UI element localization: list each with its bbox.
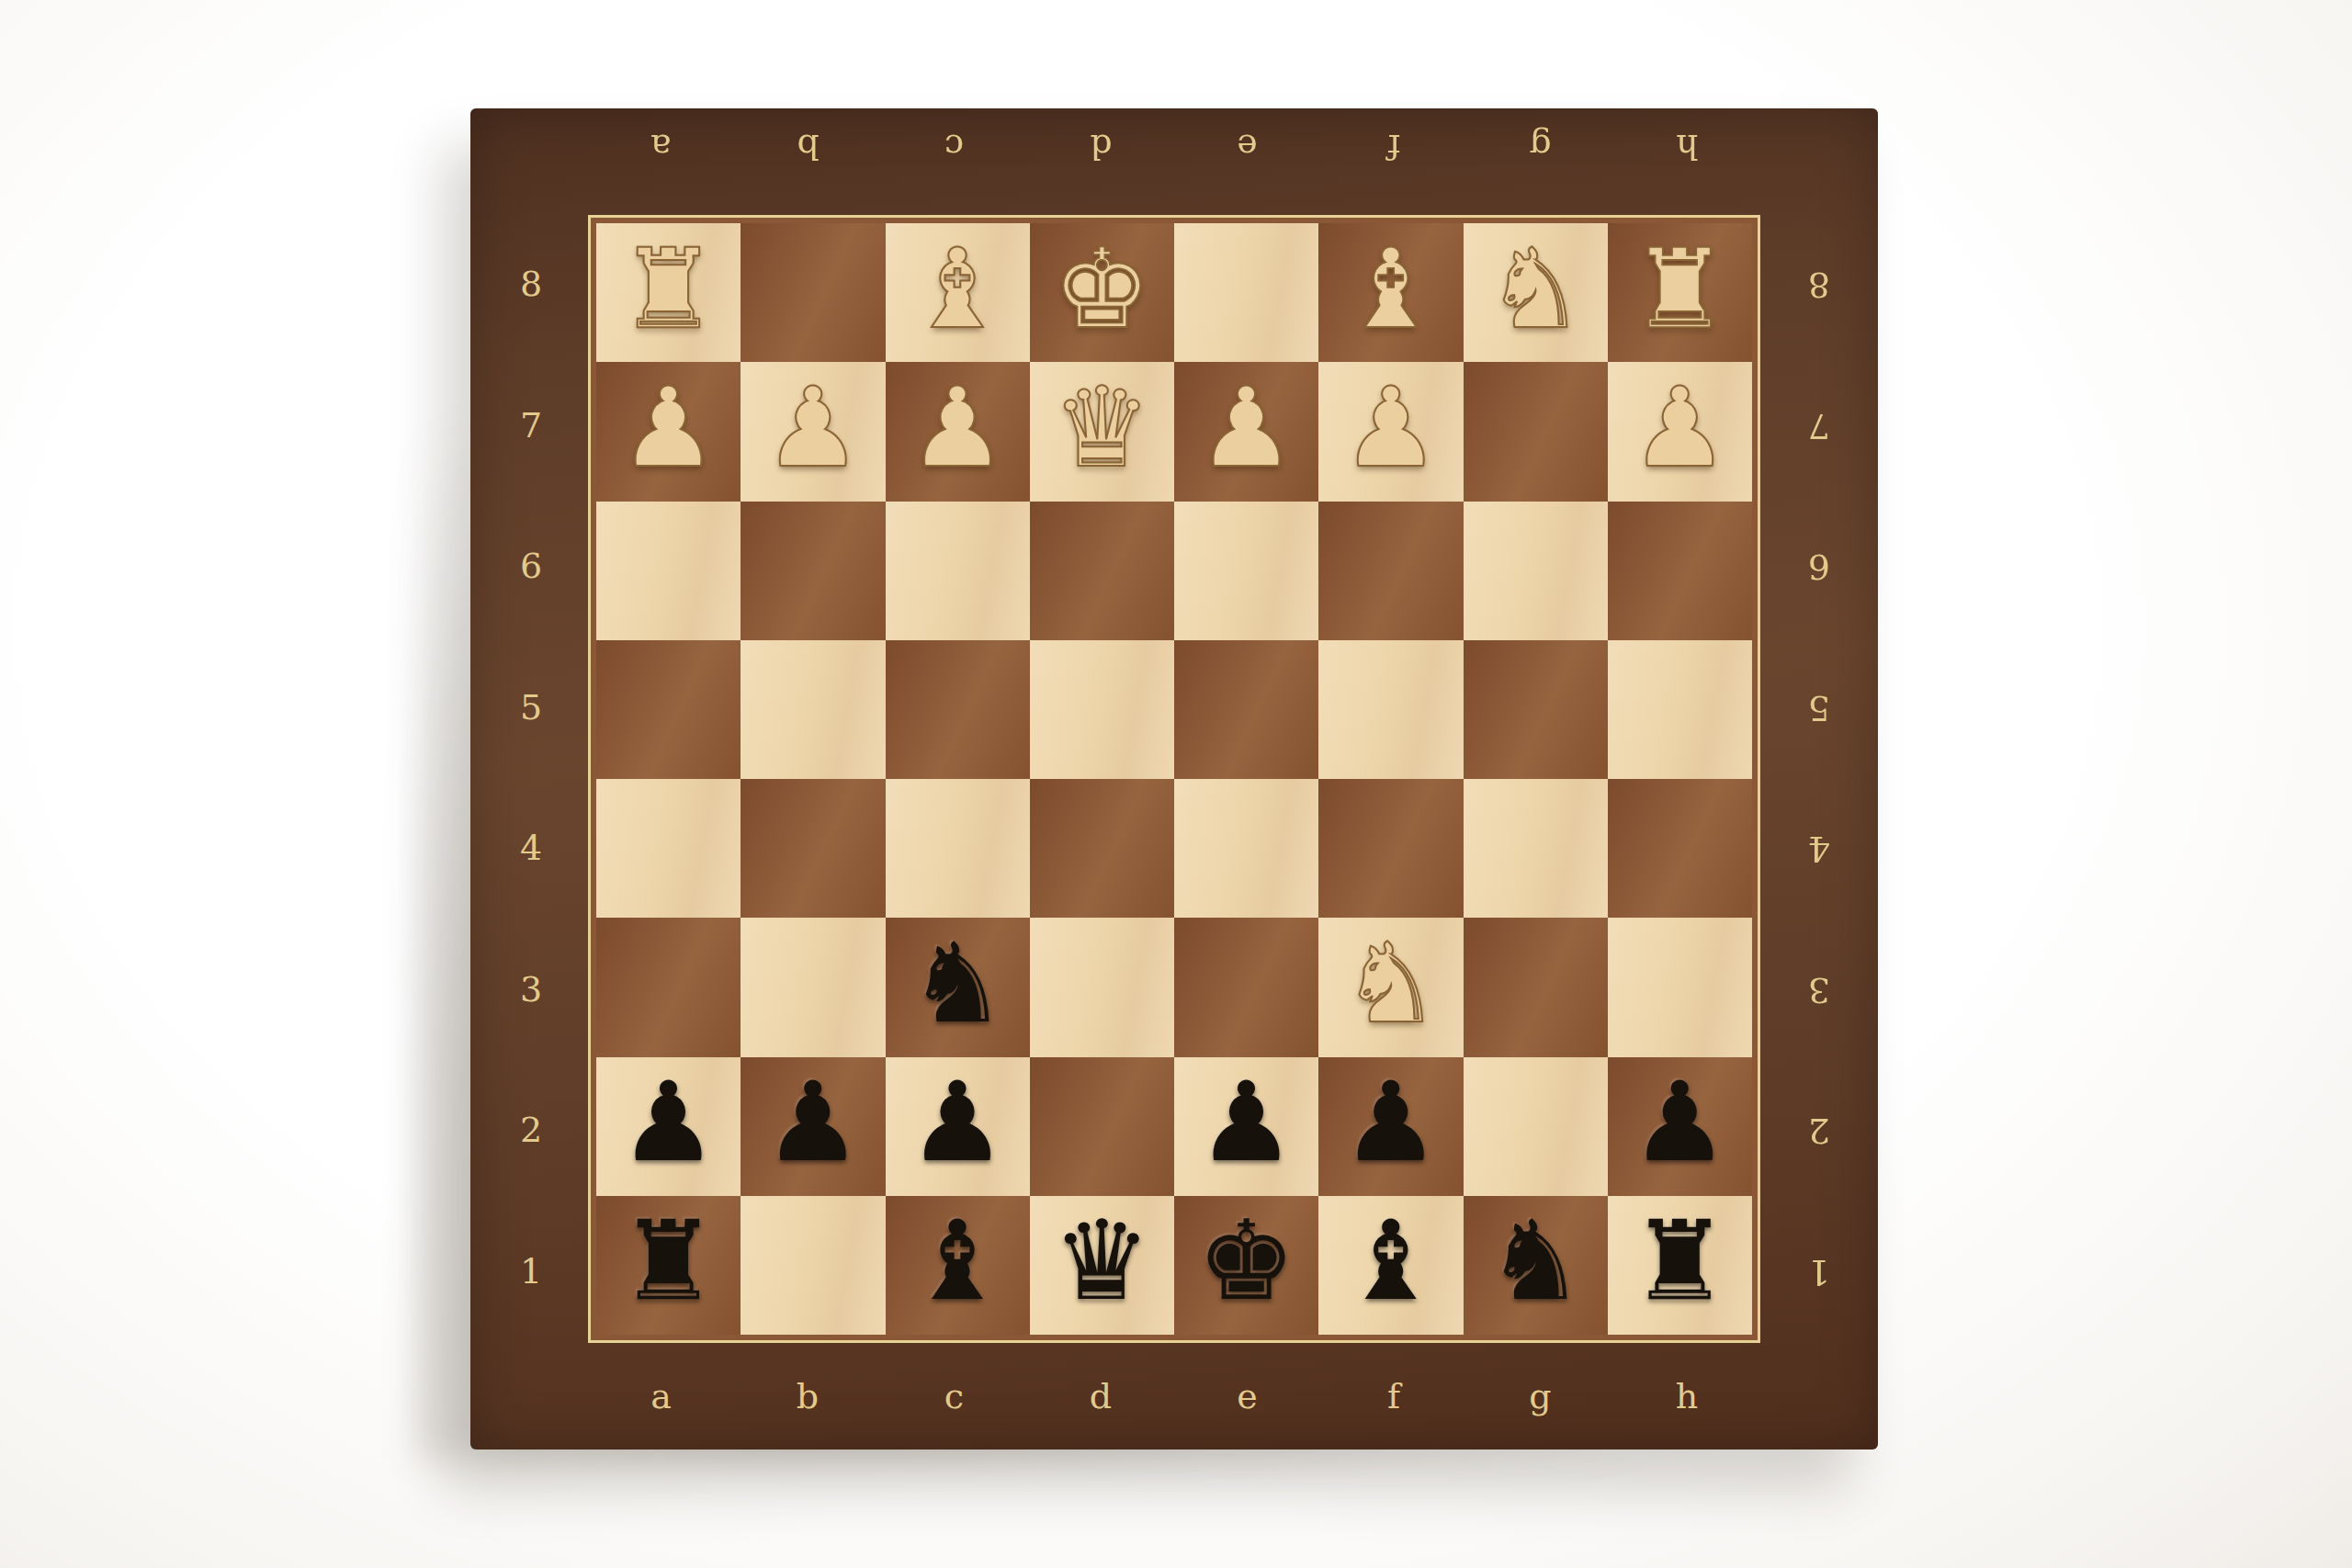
square-e7[interactable]: ♟ <box>1174 362 1318 501</box>
piece-white-pawn-b7[interactable]: ♟ <box>763 373 863 483</box>
piece-white-pawn-f7[interactable]: ♟ <box>1341 373 1441 483</box>
square-b1[interactable] <box>741 1196 885 1335</box>
rank-label-right-1: 1 <box>1792 1202 1847 1341</box>
piece-black-knight-g1[interactable]: ♞ <box>1486 1206 1585 1316</box>
square-c8[interactable]: ♝ <box>886 223 1030 362</box>
square-a8[interactable]: ♜ <box>596 223 741 362</box>
rank-label-left-1: 1 <box>503 1202 559 1341</box>
square-d8[interactable]: ♚ <box>1030 223 1174 362</box>
piece-white-pawn-c7[interactable]: ♟ <box>908 373 1007 483</box>
file-label-top-e: e <box>1174 127 1320 167</box>
square-a7[interactable]: ♟ <box>596 362 741 501</box>
square-c7[interactable]: ♟ <box>886 362 1030 501</box>
file-label-bottom-c: c <box>881 1376 1027 1416</box>
rank-label-right-7: 7 <box>1792 356 1847 495</box>
piece-black-knight-c3[interactable]: ♞ <box>908 929 1007 1039</box>
chess-board: abcdefgh abcdefgh 87654321 87654321 ♜♝♚♝… <box>470 108 1878 1450</box>
piece-black-pawn-e2[interactable]: ♟ <box>1197 1067 1296 1178</box>
square-g1[interactable]: ♞ <box>1464 1196 1608 1335</box>
square-h6[interactable] <box>1608 502 1752 640</box>
rank-label-left-8: 8 <box>503 215 559 354</box>
square-f7[interactable]: ♟ <box>1318 362 1463 501</box>
rank-label-left-2: 2 <box>503 1061 559 1200</box>
piece-black-pawn-h2[interactable]: ♟ <box>1631 1067 1730 1178</box>
square-e5[interactable] <box>1174 640 1318 779</box>
square-f4[interactable] <box>1318 779 1463 918</box>
square-d7[interactable]: ♛ <box>1030 362 1174 501</box>
square-h2[interactable]: ♟ <box>1608 1057 1752 1196</box>
studio-background: abcdefgh abcdefgh 87654321 87654321 ♜♝♚♝… <box>0 0 2352 1568</box>
piece-white-bishop-c8[interactable]: ♝ <box>908 234 1007 344</box>
file-label-bottom-h: h <box>1614 1376 1760 1416</box>
square-f3[interactable]: ♞ <box>1318 918 1463 1056</box>
piece-black-pawn-a2[interactable]: ♟ <box>619 1067 718 1178</box>
piece-white-queen-d7[interactable]: ♛ <box>1053 373 1152 483</box>
square-e6[interactable] <box>1174 502 1318 640</box>
square-g6[interactable] <box>1464 502 1608 640</box>
square-c3[interactable]: ♞ <box>886 918 1030 1056</box>
square-d1[interactable]: ♛ <box>1030 1196 1174 1335</box>
square-e8[interactable] <box>1174 223 1318 362</box>
square-g7[interactable] <box>1464 362 1608 501</box>
piece-black-rook-h1[interactable]: ♜ <box>1631 1206 1730 1316</box>
square-c4[interactable] <box>886 779 1030 918</box>
square-e3[interactable] <box>1174 918 1318 1056</box>
square-f1[interactable]: ♝ <box>1318 1196 1463 1335</box>
square-h3[interactable] <box>1608 918 1752 1056</box>
file-label-bottom-b: b <box>735 1376 881 1416</box>
piece-white-rook-h8[interactable]: ♜ <box>1631 234 1730 344</box>
square-h1[interactable]: ♜ <box>1608 1196 1752 1335</box>
square-c6[interactable] <box>886 502 1030 640</box>
piece-white-knight-g8[interactable]: ♞ <box>1486 234 1585 344</box>
file-label-top-c: c <box>881 127 1027 167</box>
rank-label-left-3: 3 <box>503 920 559 1059</box>
square-b3[interactable] <box>741 918 885 1056</box>
square-a1[interactable]: ♜ <box>596 1196 741 1335</box>
rank-label-right-6: 6 <box>1792 497 1847 636</box>
piece-black-pawn-c2[interactable]: ♟ <box>908 1067 1007 1178</box>
piece-white-king-d8[interactable]: ♚ <box>1053 234 1152 344</box>
piece-white-pawn-a7[interactable]: ♟ <box>619 373 718 483</box>
file-label-top-d: d <box>1028 127 1174 167</box>
rank-label-right-5: 5 <box>1792 638 1847 777</box>
square-g4[interactable] <box>1464 779 1608 918</box>
rank-label-left-7: 7 <box>503 356 559 495</box>
playfield-inlay-border: ♜♝♚♝♞♜♟♟♟♛♟♟♟♞♞♟♟♟♟♟♟♜♝♛♚♝♞♜ <box>588 215 1760 1343</box>
square-f6[interactable] <box>1318 502 1463 640</box>
square-a5[interactable] <box>596 640 741 779</box>
piece-black-pawn-f2[interactable]: ♟ <box>1341 1067 1441 1178</box>
square-f2[interactable]: ♟ <box>1318 1057 1463 1196</box>
file-label-top-b: b <box>735 127 881 167</box>
square-a3[interactable] <box>596 918 741 1056</box>
file-label-top-h: h <box>1614 127 1760 167</box>
piece-black-pawn-b2[interactable]: ♟ <box>763 1067 863 1178</box>
file-label-top-f: f <box>1321 127 1467 167</box>
square-c1[interactable]: ♝ <box>886 1196 1030 1335</box>
square-g2[interactable] <box>1464 1057 1608 1196</box>
file-label-top-a: a <box>588 127 734 167</box>
square-f5[interactable] <box>1318 640 1463 779</box>
file-label-bottom-f: f <box>1321 1376 1467 1416</box>
square-g5[interactable] <box>1464 640 1608 779</box>
square-e1[interactable]: ♚ <box>1174 1196 1318 1335</box>
square-e2[interactable]: ♟ <box>1174 1057 1318 1196</box>
square-b7[interactable]: ♟ <box>741 362 885 501</box>
square-c2[interactable]: ♟ <box>886 1057 1030 1196</box>
file-label-bottom-e: e <box>1174 1376 1320 1416</box>
square-b6[interactable] <box>741 502 885 640</box>
square-g3[interactable] <box>1464 918 1608 1056</box>
square-f8[interactable]: ♝ <box>1318 223 1463 362</box>
square-b5[interactable] <box>741 640 885 779</box>
square-h5[interactable] <box>1608 640 1752 779</box>
square-d4[interactable] <box>1030 779 1174 918</box>
piece-black-rook-a1[interactable]: ♜ <box>619 1206 718 1316</box>
rank-label-right-2: 2 <box>1792 1061 1847 1200</box>
square-b8[interactable] <box>741 223 885 362</box>
square-a4[interactable] <box>596 779 741 918</box>
square-b2[interactable]: ♟ <box>741 1057 885 1196</box>
square-d5[interactable] <box>1030 640 1174 779</box>
piece-white-pawn-e7[interactable]: ♟ <box>1197 373 1296 483</box>
square-c5[interactable] <box>886 640 1030 779</box>
rank-label-left-4: 4 <box>503 779 559 918</box>
piece-white-rook-a8[interactable]: ♜ <box>619 234 718 344</box>
piece-white-bishop-f8[interactable]: ♝ <box>1341 234 1441 344</box>
file-label-bottom-g: g <box>1467 1376 1613 1416</box>
piece-black-king-e1[interactable]: ♚ <box>1197 1206 1296 1316</box>
piece-white-pawn-h7[interactable]: ♟ <box>1631 373 1730 483</box>
rank-label-left-6: 6 <box>503 497 559 636</box>
rank-label-right-8: 8 <box>1792 215 1847 354</box>
file-label-bottom-a: a <box>588 1376 734 1416</box>
square-e4[interactable] <box>1174 779 1318 918</box>
piece-black-bishop-f1[interactable]: ♝ <box>1341 1206 1441 1316</box>
piece-black-bishop-c1[interactable]: ♝ <box>908 1206 1007 1316</box>
piece-black-queen-d1[interactable]: ♛ <box>1053 1206 1152 1316</box>
square-d2[interactable] <box>1030 1057 1174 1196</box>
square-g8[interactable]: ♞ <box>1464 223 1608 362</box>
rank-label-left-5: 5 <box>503 638 559 777</box>
square-h4[interactable] <box>1608 779 1752 918</box>
rank-label-right-3: 3 <box>1792 920 1847 1059</box>
rank-label-right-4: 4 <box>1792 779 1847 918</box>
file-label-top-g: g <box>1467 127 1613 167</box>
square-a6[interactable] <box>596 502 741 640</box>
square-d6[interactable] <box>1030 502 1174 640</box>
playfield-grid: ♜♝♚♝♞♜♟♟♟♛♟♟♟♞♞♟♟♟♟♟♟♜♝♛♚♝♞♜ <box>596 223 1752 1335</box>
square-h8[interactable]: ♜ <box>1608 223 1752 362</box>
square-d3[interactable] <box>1030 918 1174 1056</box>
file-label-bottom-d: d <box>1028 1376 1174 1416</box>
piece-white-knight-f3[interactable]: ♞ <box>1341 929 1441 1039</box>
square-h7[interactable]: ♟ <box>1608 362 1752 501</box>
square-a2[interactable]: ♟ <box>596 1057 741 1196</box>
square-b4[interactable] <box>741 779 885 918</box>
